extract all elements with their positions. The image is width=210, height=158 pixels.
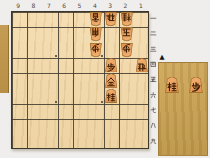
piece-fu-sente[interactable] xyxy=(189,77,204,94)
shogi-board[interactable] xyxy=(11,11,149,149)
piece-kin-sente[interactable] xyxy=(104,73,118,88)
rank-label-9 xyxy=(150,133,158,148)
piece-hi-sente[interactable] xyxy=(135,58,149,73)
piece-fu-gote[interactable] xyxy=(89,43,103,58)
rank-labels xyxy=(150,11,158,149)
piece-kei-gote[interactable] xyxy=(120,12,134,27)
rank-label-6 xyxy=(150,87,158,102)
shogi-app: 987654321 ▲ xyxy=(0,0,210,158)
hoshi-dot xyxy=(55,55,58,58)
file-label-2: 2 xyxy=(118,2,133,10)
rank-label-5 xyxy=(150,72,158,87)
rank-label-8 xyxy=(150,118,158,133)
rank-label-7 xyxy=(150,102,158,117)
piece-kei-sente[interactable] xyxy=(165,77,180,94)
piece-gyoku-gote[interactable] xyxy=(120,27,134,42)
rank-label-4 xyxy=(150,56,158,71)
file-label-9: 9 xyxy=(11,2,26,10)
piece-fu-sente[interactable] xyxy=(104,58,118,73)
komadai-sente xyxy=(158,62,208,156)
sente-turn-marker: ▲ xyxy=(160,53,165,61)
piece-hi-gote[interactable] xyxy=(104,12,118,27)
file-label-4: 4 xyxy=(87,2,102,10)
hoshi-dot xyxy=(101,101,104,104)
rank-label-1 xyxy=(150,11,158,26)
piece-kyo-gote[interactable] xyxy=(89,12,103,27)
piece-kaku-gote[interactable] xyxy=(89,27,103,42)
hoshi-dot xyxy=(55,101,58,104)
file-label-3: 3 xyxy=(102,2,117,10)
rank-label-3 xyxy=(150,41,158,56)
rank-label-2 xyxy=(150,26,158,41)
file-label-6: 6 xyxy=(56,2,71,10)
file-label-5: 5 xyxy=(72,2,87,10)
piece-fu-gote[interactable] xyxy=(120,43,134,58)
file-label-1: 1 xyxy=(133,2,148,10)
file-label-8: 8 xyxy=(26,2,41,10)
komadai-gote xyxy=(0,25,9,93)
file-labels: 987654321 xyxy=(11,2,149,10)
file-label-7: 7 xyxy=(41,2,56,10)
piece-kei-sente[interactable] xyxy=(104,89,118,104)
